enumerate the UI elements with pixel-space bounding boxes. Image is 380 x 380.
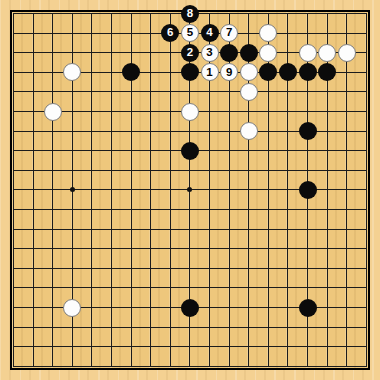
go-board: 865472319 (0, 0, 380, 380)
grid-line-horizontal (13, 366, 367, 367)
move-number-label: 4 (206, 27, 212, 39)
grid-line-horizontal (13, 248, 367, 249)
black-stone (299, 63, 317, 81)
white-stone (181, 103, 199, 121)
move-number-label: 5 (187, 27, 193, 39)
black-stone (299, 181, 317, 199)
grid-line-vertical (366, 13, 367, 367)
grid-line-horizontal (13, 209, 367, 210)
move-4-black-stone: 4 (201, 24, 219, 42)
move-number-label: 2 (187, 47, 193, 59)
white-stone (63, 299, 81, 317)
grid-line-vertical (346, 13, 347, 367)
white-stone (338, 44, 356, 62)
white-stone (299, 44, 317, 62)
move-number-label: 7 (226, 27, 232, 39)
black-stone (299, 299, 317, 317)
move-1-white-stone: 1 (201, 63, 219, 81)
grid-line-horizontal (13, 346, 367, 347)
move-number-label: 6 (167, 27, 173, 39)
move-8-black-stone: 8 (181, 5, 199, 23)
grid-line-horizontal (13, 229, 367, 230)
black-stone (240, 44, 258, 62)
black-stone (299, 122, 317, 140)
black-stone (181, 142, 199, 160)
black-stone (181, 299, 199, 317)
white-stone (240, 63, 258, 81)
white-stone (240, 83, 258, 101)
move-2-black-stone: 2 (181, 44, 199, 62)
white-stone (240, 122, 258, 140)
grid-line-horizontal (13, 327, 367, 328)
move-3-white-stone: 3 (201, 44, 219, 62)
move-number-label: 1 (206, 67, 212, 79)
white-stone (44, 103, 62, 121)
grid-line-horizontal (13, 268, 367, 269)
move-number-label: 8 (187, 8, 193, 20)
white-stone (259, 44, 277, 62)
black-stone (220, 44, 238, 62)
move-5-white-stone: 5 (181, 24, 199, 42)
move-number-label: 3 (206, 47, 212, 59)
grid-line-horizontal (13, 287, 367, 288)
white-stone (318, 44, 336, 62)
move-number-label: 9 (226, 67, 232, 79)
